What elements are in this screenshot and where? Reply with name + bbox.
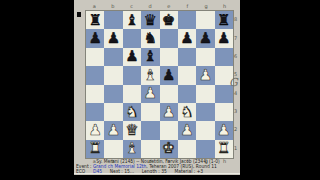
piece-black-rook[interactable]: ♜ [88,12,101,27]
square-c1[interactable]: ♝ [123,140,141,158]
square-h3[interactable] [215,103,233,121]
square-h6[interactable] [215,48,233,66]
square-b8[interactable] [104,11,122,29]
square-g7[interactable]: ♟ [196,29,214,47]
piece-black-pawn[interactable]: ♟ [217,31,230,46]
piece-white-knight[interactable]: ♞ [125,104,138,119]
square-e6[interactable] [160,48,178,66]
square-f5[interactable] [178,66,196,84]
square-f7[interactable]: ♟ [178,29,196,47]
file-label-d: d [141,3,160,9]
square-a2[interactable]: ♟ [86,121,104,139]
piece-black-bishop[interactable]: ♝ [144,49,157,64]
file-label-a: a [85,3,104,9]
square-g6[interactable] [196,48,214,66]
piece-black-rook[interactable]: ♜ [217,12,230,27]
piece-white-pawn[interactable]: ♟ [144,86,157,101]
square-d2[interactable] [141,121,159,139]
square-f1[interactable] [178,140,196,158]
square-h8[interactable]: ♜ [215,11,233,29]
piece-white-pawn[interactable]: ♟ [180,122,193,137]
rank-label-7: 7 [234,28,240,46]
file-label-b: b [104,3,123,9]
black-to-move-indicator [77,12,81,17]
piece-black-pawn[interactable]: ♟ [88,31,101,46]
square-d5[interactable]: ♝ [141,66,159,84]
square-c5[interactable] [123,66,141,84]
piece-black-king[interactable]: ♚ [162,12,175,27]
square-g8[interactable] [196,11,214,29]
video-frame: abcdefgh ♜♝♛♚♜♟♟♞♟♟♟♟♝♝♟♟♟♞♟♞♟♟♛♟♟♜♝♚♜ 8… [0,0,320,180]
square-g1[interactable] [196,140,214,158]
square-a8[interactable]: ♜ [86,11,104,29]
file-labels-top: abcdefgh [85,3,234,9]
piece-white-pawn[interactable]: ♟ [199,67,212,82]
rank-label-3: 3 [234,102,240,120]
square-b5[interactable] [104,66,122,84]
square-e7[interactable] [160,29,178,47]
square-a4[interactable] [86,85,104,103]
square-c6[interactable]: ♟ [123,48,141,66]
square-b4[interactable] [104,85,122,103]
square-f6[interactable] [178,48,196,66]
piece-black-pawn[interactable]: ♟ [162,67,175,82]
square-c7[interactable] [123,29,141,47]
square-d8[interactable]: ♛ [141,11,159,29]
chess-gui-panel: abcdefgh ♜♝♛♚♜♟♟♞♟♟♟♟♝♝♟♟♟♞♟♞♟♟♛♟♟♜♝♚♜ 8… [74,0,240,175]
piece-white-pawn[interactable]: ♟ [88,122,101,137]
square-e5[interactable]: ♟ [160,66,178,84]
piece-white-bishop[interactable]: ♝ [125,141,138,156]
square-e1[interactable]: ♚ [160,140,178,158]
piece-white-knight[interactable]: ♞ [180,104,193,119]
square-e2[interactable] [160,121,178,139]
square-f2[interactable]: ♟ [178,121,196,139]
square-b3[interactable] [104,103,122,121]
piece-white-king[interactable]: ♚ [162,141,175,156]
square-e3[interactable]: ♟ [160,103,178,121]
square-c4[interactable] [123,85,141,103]
square-g5[interactable]: ♟ [196,66,214,84]
square-c2[interactable]: ♛ [123,121,141,139]
square-f3[interactable]: ♞ [178,103,196,121]
chess-board[interactable]: ♜♝♛♚♜♟♟♞♟♟♟♟♝♝♟♟♟♞♟♞♟♟♛♟♟♜♝♚♜ [85,10,234,159]
square-h7[interactable]: ♟ [215,29,233,47]
piece-black-queen[interactable]: ♛ [144,12,157,27]
piece-black-pawn[interactable]: ♟ [107,31,120,46]
file-label-e: e [160,3,179,9]
square-a5[interactable] [86,66,104,84]
square-h2[interactable]: ♟ [215,121,233,139]
piece-white-rook[interactable]: ♜ [88,141,101,156]
square-b6[interactable] [104,48,122,66]
square-c3[interactable]: ♞ [123,103,141,121]
square-a7[interactable]: ♟ [86,29,104,47]
square-a1[interactable]: ♜ [86,140,104,158]
bottom-divider [74,173,240,174]
square-a3[interactable] [86,103,104,121]
piece-black-pawn[interactable]: ♟ [180,31,193,46]
rank-label-6: 6 [234,47,240,65]
watermark-signature: G [229,76,238,89]
square-b7[interactable]: ♟ [104,29,122,47]
square-b2[interactable]: ♟ [104,121,122,139]
square-g3[interactable] [196,103,214,121]
square-d6[interactable]: ♝ [141,48,159,66]
piece-black-bishop[interactable]: ♝ [125,12,138,27]
square-f4[interactable] [178,85,196,103]
rank-label-2: 2 [234,120,240,138]
square-g4[interactable] [196,85,214,103]
rank-label-8: 8 [234,10,240,28]
file-label-h: h [215,3,234,9]
square-f8[interactable] [178,11,196,29]
piece-black-pawn[interactable]: ♟ [125,49,138,64]
square-e4[interactable] [160,85,178,103]
piece-white-bishop[interactable]: ♝ [144,67,157,82]
square-d1[interactable] [141,140,159,158]
file-label-g: g [197,3,216,9]
piece-white-rook[interactable]: ♜ [217,141,230,156]
file-label-f: f [178,3,197,9]
square-h1[interactable]: ♜ [215,140,233,158]
piece-white-pawn[interactable]: ♟ [107,122,120,137]
square-b1[interactable] [104,140,122,158]
file-label-c: c [122,3,141,9]
piece-white-pawn[interactable]: ♟ [217,122,230,137]
square-g2[interactable] [196,121,214,139]
square-e8[interactable]: ♚ [160,11,178,29]
piece-black-knight[interactable]: ♞ [144,31,157,46]
rank-label-1: 1 [234,139,240,157]
square-c8[interactable]: ♝ [123,11,141,29]
square-d7[interactable]: ♞ [141,29,159,47]
square-d4[interactable]: ♟ [141,85,159,103]
square-d3[interactable] [141,103,159,121]
piece-white-pawn[interactable]: ♟ [162,104,175,119]
square-a6[interactable] [86,48,104,66]
piece-white-queen[interactable]: ♛ [125,122,138,137]
piece-black-pawn[interactable]: ♟ [199,31,212,46]
